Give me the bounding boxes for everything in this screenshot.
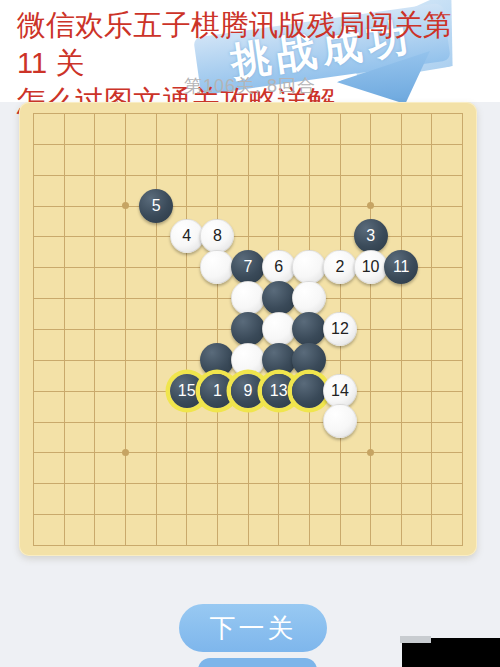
white-stone: [200, 250, 234, 284]
intersection-8-2[interactable]: [79, 344, 110, 375]
intersection-6-3[interactable]: [110, 283, 141, 314]
intersection-12-0[interactable]: [18, 468, 49, 499]
move-number: 4: [182, 227, 191, 245]
intersection-5-14[interactable]: [447, 252, 478, 283]
intersection-7-13[interactable]: [417, 314, 448, 345]
intersection-4-2[interactable]: [79, 221, 110, 252]
intersection-8-3[interactable]: [110, 344, 141, 375]
intersection-10-3[interactable]: [110, 406, 141, 437]
intersection-5-3[interactable]: [110, 252, 141, 283]
intersection-5-2[interactable]: [79, 252, 110, 283]
intersection-0-12[interactable]: [386, 98, 417, 129]
intersection-7-8[interactable]: [263, 314, 294, 345]
intersection-9-8[interactable]: 13: [263, 375, 294, 406]
intersection-6-8[interactable]: [263, 283, 294, 314]
intersection-0-2[interactable]: [79, 98, 110, 129]
intersection-10-4[interactable]: [141, 406, 172, 437]
intersection-14-0[interactable]: [18, 529, 49, 560]
intersection-14-1[interactable]: [49, 529, 80, 560]
intersection-14-14[interactable]: [447, 529, 478, 560]
intersection-12-5[interactable]: [171, 468, 202, 499]
intersection-13-10[interactable]: [325, 499, 356, 530]
intersection-7-0[interactable]: [18, 314, 49, 345]
intersection-10-5[interactable]: [171, 406, 202, 437]
intersection-8-7[interactable]: [233, 344, 264, 375]
white-stone-move-12: 12: [323, 312, 357, 346]
black-stone: [292, 312, 326, 346]
game-area: 548376210111215191314 下一关: [0, 102, 500, 667]
page: 挑战成功 微信欢乐五子棋腾讯版残局闯关第 11 关 怎么过图文通关攻略详解 第1…: [0, 0, 500, 667]
intersection-11-6[interactable]: [202, 437, 233, 468]
intersection-5-9[interactable]: [294, 252, 325, 283]
intersection-6-7[interactable]: [233, 283, 264, 314]
intersection-3-6[interactable]: [202, 190, 233, 221]
intersection-0-3[interactable]: [110, 98, 141, 129]
intersection-8-4[interactable]: [141, 344, 172, 375]
black-stone-move-7: 7: [231, 250, 265, 284]
move-number: 6: [274, 258, 283, 276]
white-stone: [262, 312, 296, 346]
move-number: 3: [366, 227, 375, 245]
next-level-button[interactable]: 下一关: [179, 604, 327, 652]
intersection-12-13[interactable]: [417, 468, 448, 499]
intersection-0-1[interactable]: [49, 98, 80, 129]
intersection-12-12[interactable]: [386, 468, 417, 499]
intersection-5-11[interactable]: 10: [355, 252, 386, 283]
intersection-3-14[interactable]: [447, 190, 478, 221]
intersection-12-9[interactable]: [294, 468, 325, 499]
white-stone: [292, 281, 326, 315]
white-stone-move-6: 6: [262, 250, 296, 284]
intersection-11-12[interactable]: [386, 437, 417, 468]
intersection-8-6[interactable]: [202, 344, 233, 375]
intersection-2-8[interactable]: [263, 159, 294, 190]
intersection-7-2[interactable]: [79, 314, 110, 345]
intersection-11-4[interactable]: [141, 437, 172, 468]
intersection-0-13[interactable]: [417, 98, 448, 129]
intersection-7-12[interactable]: [386, 314, 417, 345]
move-number: 15: [178, 382, 196, 400]
intersection-3-13[interactable]: [417, 190, 448, 221]
intersection-6-9[interactable]: [294, 283, 325, 314]
intersection-10-8[interactable]: [263, 406, 294, 437]
intersection-4-8[interactable]: [263, 221, 294, 252]
white-stone: [323, 404, 357, 438]
intersection-2-1[interactable]: [49, 159, 80, 190]
intersection-2-7[interactable]: [233, 159, 264, 190]
intersection-2-2[interactable]: [79, 159, 110, 190]
intersection-6-12[interactable]: [386, 283, 417, 314]
secondary-button-partial[interactable]: [198, 658, 317, 667]
intersection-13-11[interactable]: [355, 499, 386, 530]
black-stone-move-11: 11: [384, 250, 418, 284]
intersection-3-1[interactable]: [49, 190, 80, 221]
intersection-11-11[interactable]: [355, 437, 386, 468]
intersection-2-0[interactable]: [18, 159, 49, 190]
intersection-1-0[interactable]: [18, 128, 49, 159]
intersection-9-1[interactable]: [49, 375, 80, 406]
move-number: 8: [213, 227, 222, 245]
intersection-6-4[interactable]: [141, 283, 172, 314]
intersection-10-0[interactable]: [18, 406, 49, 437]
intersection-12-14[interactable]: [447, 468, 478, 499]
intersection-2-9[interactable]: [294, 159, 325, 190]
intersection-6-11[interactable]: [355, 283, 386, 314]
intersection-13-5[interactable]: [171, 499, 202, 530]
intersection-0-0[interactable]: [18, 98, 49, 129]
intersection-7-11[interactable]: [355, 314, 386, 345]
black-stone-move-13: 13: [262, 374, 296, 408]
intersection-7-9[interactable]: [294, 314, 325, 345]
intersection-10-13[interactable]: [417, 406, 448, 437]
intersection-1-2[interactable]: [79, 128, 110, 159]
intersection-8-9[interactable]: [294, 344, 325, 375]
intersection-9-10[interactable]: 14: [325, 375, 356, 406]
star-point: [367, 449, 374, 456]
intersection-3-8[interactable]: [263, 190, 294, 221]
move-number: 1: [213, 382, 222, 400]
intersection-8-12[interactable]: [386, 344, 417, 375]
intersection-5-5[interactable]: [171, 252, 202, 283]
black-stone-move-5: 5: [139, 189, 173, 223]
intersection-2-5[interactable]: [171, 159, 202, 190]
intersection-11-7[interactable]: [233, 437, 264, 468]
intersection-4-13[interactable]: [417, 221, 448, 252]
watermark-label-strip: [400, 636, 431, 643]
intersection-10-6[interactable]: [202, 406, 233, 437]
intersection-10-12[interactable]: [386, 406, 417, 437]
intersection-5-8[interactable]: 6: [263, 252, 294, 283]
intersection-13-1[interactable]: [49, 499, 80, 530]
intersection-7-7[interactable]: [233, 314, 264, 345]
intersection-0-10[interactable]: [325, 98, 356, 129]
intersection-12-7[interactable]: [233, 468, 264, 499]
intersection-3-11[interactable]: [355, 190, 386, 221]
intersection-1-9[interactable]: [294, 128, 325, 159]
intersection-3-2[interactable]: [79, 190, 110, 221]
intersection-11-5[interactable]: [171, 437, 202, 468]
intersection-11-13[interactable]: [417, 437, 448, 468]
intersection-1-8[interactable]: [263, 128, 294, 159]
white-stone-move-4: 4: [170, 219, 204, 253]
intersection-0-6[interactable]: [202, 98, 233, 129]
intersection-9-11[interactable]: [355, 375, 386, 406]
intersection-11-8[interactable]: [263, 437, 294, 468]
intersection-8-0[interactable]: [18, 344, 49, 375]
intersection-14-9[interactable]: [294, 529, 325, 560]
move-number: 7: [244, 258, 253, 276]
intersection-6-10[interactable]: [325, 283, 356, 314]
intersection-13-2[interactable]: [79, 499, 110, 530]
intersection-7-6[interactable]: [202, 314, 233, 345]
intersection-1-7[interactable]: [233, 128, 264, 159]
black-stone-move-3: 3: [354, 219, 388, 253]
intersection-0-11[interactable]: [355, 98, 386, 129]
intersection-1-11[interactable]: [355, 128, 386, 159]
gomoku-board: 548376210111215191314: [19, 102, 477, 556]
intersection-7-3[interactable]: [110, 314, 141, 345]
black-stone: [200, 343, 234, 377]
intersection-12-11[interactable]: [355, 468, 386, 499]
intersection-13-9[interactable]: [294, 499, 325, 530]
intersection-8-8[interactable]: [263, 344, 294, 375]
white-stone: [231, 281, 265, 315]
intersection-4-12[interactable]: [386, 221, 417, 252]
intersection-5-0[interactable]: [18, 252, 49, 283]
intersection-6-5[interactable]: [171, 283, 202, 314]
star-point: [122, 449, 129, 456]
intersection-9-2[interactable]: [79, 375, 110, 406]
intersection-13-14[interactable]: [447, 499, 478, 530]
intersection-11-14[interactable]: [447, 437, 478, 468]
intersection-5-1[interactable]: [49, 252, 80, 283]
intersection-13-13[interactable]: [417, 499, 448, 530]
intersection-12-10[interactable]: [325, 468, 356, 499]
intersection-1-4[interactable]: [141, 128, 172, 159]
watermark: [402, 638, 500, 667]
intersection-10-7[interactable]: [233, 406, 264, 437]
intersection-4-3[interactable]: [110, 221, 141, 252]
intersection-4-0[interactable]: [18, 221, 49, 252]
white-stone-move-14: 14: [323, 374, 357, 408]
white-stone-move-10: 10: [354, 250, 388, 284]
intersection-6-14[interactable]: [447, 283, 478, 314]
intersection-10-14[interactable]: [447, 406, 478, 437]
intersection-0-9[interactable]: [294, 98, 325, 129]
intersection-9-9[interactable]: [294, 375, 325, 406]
intersection-1-14[interactable]: [447, 128, 478, 159]
move-number: 10: [362, 258, 380, 276]
intersection-13-7[interactable]: [233, 499, 264, 530]
move-number: 2: [335, 258, 344, 276]
board-cells: 548376210111215191314: [18, 98, 478, 561]
intersection-3-5[interactable]: [171, 190, 202, 221]
intersection-4-4[interactable]: [141, 221, 172, 252]
intersection-7-4[interactable]: [141, 314, 172, 345]
intersection-8-14[interactable]: [447, 344, 478, 375]
intersection-3-9[interactable]: [294, 190, 325, 221]
intersection-13-0[interactable]: [18, 499, 49, 530]
intersection-12-4[interactable]: [141, 468, 172, 499]
intersection-1-1[interactable]: [49, 128, 80, 159]
intersection-4-6[interactable]: 8: [202, 221, 233, 252]
intersection-13-12[interactable]: [386, 499, 417, 530]
intersection-1-5[interactable]: [171, 128, 202, 159]
intersection-3-12[interactable]: [386, 190, 417, 221]
intersection-12-6[interactable]: [202, 468, 233, 499]
intersection-12-2[interactable]: [79, 468, 110, 499]
intersection-10-9[interactable]: [294, 406, 325, 437]
intersection-7-5[interactable]: [171, 314, 202, 345]
intersection-0-5[interactable]: [171, 98, 202, 129]
intersection-1-6[interactable]: [202, 128, 233, 159]
intersection-3-3[interactable]: [110, 190, 141, 221]
intersection-14-10[interactable]: [325, 529, 356, 560]
star-point: [367, 202, 374, 209]
intersection-13-6[interactable]: [202, 499, 233, 530]
intersection-2-11[interactable]: [355, 159, 386, 190]
intersection-5-6[interactable]: [202, 252, 233, 283]
intersection-14-4[interactable]: [141, 529, 172, 560]
intersection-8-13[interactable]: [417, 344, 448, 375]
intersection-4-7[interactable]: [233, 221, 264, 252]
intersection-1-13[interactable]: [417, 128, 448, 159]
title-area: 挑战成功 微信欢乐五子棋腾讯版残局闯关第 11 关 怎么过图文通关攻略详解 第1…: [0, 0, 500, 102]
intersection-0-8[interactable]: [263, 98, 294, 129]
black-stone-move-15: 15: [170, 374, 204, 408]
intersection-1-3[interactable]: [110, 128, 141, 159]
black-stone-move-1: 1: [200, 374, 234, 408]
intersection-13-3[interactable]: [110, 499, 141, 530]
white-stone: [231, 343, 265, 377]
title-line-1: 微信欢乐五子棋腾讯版残局闯关第 11 关: [17, 6, 487, 82]
intersection-2-12[interactable]: [386, 159, 417, 190]
intersection-5-7[interactable]: 7: [233, 252, 264, 283]
intersection-10-1[interactable]: [49, 406, 80, 437]
intersection-2-14[interactable]: [447, 159, 478, 190]
intersection-5-4[interactable]: [141, 252, 172, 283]
intersection-9-12[interactable]: [386, 375, 417, 406]
intersection-8-10[interactable]: [325, 344, 356, 375]
intersection-3-4[interactable]: 5: [141, 190, 172, 221]
white-stone-move-2: 2: [323, 250, 357, 284]
intersection-7-14[interactable]: [447, 314, 478, 345]
intersection-9-6[interactable]: 1: [202, 375, 233, 406]
intersection-5-10[interactable]: 2: [325, 252, 356, 283]
intersection-2-3[interactable]: [110, 159, 141, 190]
intersection-10-11[interactable]: [355, 406, 386, 437]
intersection-1-10[interactable]: [325, 128, 356, 159]
intersection-7-10[interactable]: 12: [325, 314, 356, 345]
intersection-12-3[interactable]: [110, 468, 141, 499]
intersection-9-5[interactable]: 15: [171, 375, 202, 406]
intersection-6-13[interactable]: [417, 283, 448, 314]
intersection-4-14[interactable]: [447, 221, 478, 252]
intersection-14-11[interactable]: [355, 529, 386, 560]
white-stone-move-8: 8: [200, 219, 234, 253]
intersection-9-14[interactable]: [447, 375, 478, 406]
star-point: [122, 202, 129, 209]
move-number: 11: [393, 258, 410, 276]
intersection-4-9[interactable]: [294, 221, 325, 252]
move-number: 9: [244, 382, 253, 400]
intersection-2-4[interactable]: [141, 159, 172, 190]
intersection-14-2[interactable]: [79, 529, 110, 560]
intersection-5-12[interactable]: 11: [386, 252, 417, 283]
intersection-11-3[interactable]: [110, 437, 141, 468]
intersection-4-1[interactable]: [49, 221, 80, 252]
intersection-6-0[interactable]: [18, 283, 49, 314]
move-number: 13: [270, 382, 288, 400]
intersection-6-6[interactable]: [202, 283, 233, 314]
intersection-9-0[interactable]: [18, 375, 49, 406]
intersection-12-1[interactable]: [49, 468, 80, 499]
black-stone: [262, 281, 296, 315]
intersection-14-5[interactable]: [171, 529, 202, 560]
intersection-9-3[interactable]: [110, 375, 141, 406]
intersection-12-8[interactable]: [263, 468, 294, 499]
intersection-8-1[interactable]: [49, 344, 80, 375]
intersection-13-8[interactable]: [263, 499, 294, 530]
intersection-11-1[interactable]: [49, 437, 80, 468]
intersection-5-13[interactable]: [417, 252, 448, 283]
intersection-3-0[interactable]: [18, 190, 49, 221]
intersection-3-10[interactable]: [325, 190, 356, 221]
intersection-2-6[interactable]: [202, 159, 233, 190]
intersection-14-6[interactable]: [202, 529, 233, 560]
move-number: 12: [331, 320, 349, 338]
intersection-9-7[interactable]: 9: [233, 375, 264, 406]
intersection-0-14[interactable]: [447, 98, 478, 129]
intersection-11-0[interactable]: [18, 437, 49, 468]
intersection-11-10[interactable]: [325, 437, 356, 468]
intersection-14-12[interactable]: [386, 529, 417, 560]
intersection-1-12[interactable]: [386, 128, 417, 159]
intersection-4-11[interactable]: 3: [355, 221, 386, 252]
move-number: 14: [331, 382, 349, 400]
intersection-14-8[interactable]: [263, 529, 294, 560]
intersection-2-13[interactable]: [417, 159, 448, 190]
intersection-14-7[interactable]: [233, 529, 264, 560]
intersection-4-5[interactable]: 4: [171, 221, 202, 252]
intersection-10-2[interactable]: [79, 406, 110, 437]
intersection-11-9[interactable]: [294, 437, 325, 468]
black-stone: [262, 343, 296, 377]
black-stone: [231, 312, 265, 346]
intersection-6-1[interactable]: [49, 283, 80, 314]
intersection-6-2[interactable]: [79, 283, 110, 314]
intersection-14-13[interactable]: [417, 529, 448, 560]
black-stone: [292, 374, 326, 408]
intersection-14-3[interactable]: [110, 529, 141, 560]
intersection-8-11[interactable]: [355, 344, 386, 375]
black-stone: [292, 343, 326, 377]
intersection-11-2[interactable]: [79, 437, 110, 468]
intersection-13-4[interactable]: [141, 499, 172, 530]
intersection-4-10[interactable]: [325, 221, 356, 252]
intersection-2-10[interactable]: [325, 159, 356, 190]
move-number: 5: [152, 197, 161, 215]
intersection-10-10[interactable]: [325, 406, 356, 437]
intersection-0-7[interactable]: [233, 98, 264, 129]
intersection-9-4[interactable]: [141, 375, 172, 406]
white-stone: [292, 250, 326, 284]
intersection-0-4[interactable]: [141, 98, 172, 129]
black-stone-move-9: 9: [231, 374, 265, 408]
intersection-9-13[interactable]: [417, 375, 448, 406]
intersection-3-7[interactable]: [233, 190, 264, 221]
level-status: 第106关, 8回合: [0, 74, 500, 98]
intersection-7-1[interactable]: [49, 314, 80, 345]
intersection-8-5[interactable]: [171, 344, 202, 375]
